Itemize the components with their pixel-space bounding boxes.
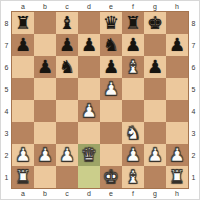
piece-black-rook[interactable]: ♜ [122, 12, 144, 34]
square-f7[interactable]: ♟ [122, 34, 144, 56]
square-h6[interactable] [166, 56, 188, 78]
piece-white-pawn[interactable]: ♟ [122, 144, 144, 166]
square-d6[interactable] [78, 56, 100, 78]
file-label-bottom-b: b [34, 188, 56, 199]
square-g8[interactable]: ♚ [144, 12, 166, 34]
square-f1[interactable]: ♝ [122, 166, 144, 188]
square-c7[interactable]: ♟ [56, 34, 78, 56]
piece-white-pawn[interactable]: ♟ [144, 144, 166, 166]
rank-label-right-8: 8 [188, 12, 199, 34]
square-a6[interactable] [12, 56, 34, 78]
rank-label-left-2: 2 [1, 144, 12, 166]
square-b4[interactable] [34, 100, 56, 122]
square-e4[interactable] [100, 100, 122, 122]
file-label-bottom-d: d [78, 188, 100, 199]
square-g2[interactable]: ♟ [144, 144, 166, 166]
square-a3[interactable] [12, 122, 34, 144]
piece-white-pawn[interactable]: ♟ [78, 100, 100, 122]
square-d1[interactable] [78, 166, 100, 188]
rank-label-left-6: 6 [1, 56, 12, 78]
file-label-top-b: b [34, 1, 56, 12]
chess-board-frame: abcdefgh 87654321 ♜♝♛♜♚♟♟♟♞♟♟♟♞♟♝♟♟♟♞♟♟♟… [0, 0, 200, 200]
square-e7[interactable]: ♞ [100, 34, 122, 56]
square-e8[interactable]: ♛ [100, 12, 122, 34]
file-label-top-c: c [56, 1, 78, 12]
rank-label-left-7: 7 [1, 34, 12, 56]
piece-black-pawn[interactable]: ♟ [144, 56, 166, 78]
piece-black-king[interactable]: ♚ [144, 12, 166, 34]
square-e2[interactable] [100, 144, 122, 166]
square-f3[interactable]: ♞ [122, 122, 144, 144]
square-c6[interactable]: ♞ [56, 56, 78, 78]
rank-label-right-3: 3 [188, 122, 199, 144]
square-d4[interactable]: ♟ [78, 100, 100, 122]
rank-label-right-6: 6 [188, 56, 199, 78]
square-c3[interactable] [56, 122, 78, 144]
piece-black-pawn[interactable]: ♟ [166, 34, 188, 56]
file-labels-bottom: abcdefgh [12, 188, 188, 199]
file-label-top-h: h [166, 1, 188, 12]
piece-white-pawn[interactable]: ♟ [166, 144, 188, 166]
square-g3[interactable] [144, 122, 166, 144]
square-g5[interactable] [144, 78, 166, 100]
rank-label-left-4: 4 [1, 100, 12, 122]
piece-black-pawn[interactable]: ♟ [100, 56, 122, 78]
file-labels-top: abcdefgh [12, 1, 188, 12]
file-label-bottom-h: h [166, 188, 188, 199]
square-d2[interactable]: ♛ [78, 144, 100, 166]
square-c5[interactable] [56, 78, 78, 100]
file-label-bottom-e: e [100, 188, 122, 199]
square-a5[interactable] [12, 78, 34, 100]
piece-white-queen[interactable]: ♛ [78, 144, 100, 166]
piece-white-king[interactable]: ♚ [100, 166, 122, 188]
square-d3[interactable] [78, 122, 100, 144]
square-h1[interactable]: ♜ [166, 166, 188, 188]
square-a1[interactable]: ♜ [12, 166, 34, 188]
square-c4[interactable] [56, 100, 78, 122]
piece-white-bishop[interactable]: ♝ [122, 56, 144, 78]
piece-black-knight[interactable]: ♞ [100, 34, 122, 56]
piece-black-rook[interactable]: ♜ [12, 12, 34, 34]
piece-black-pawn[interactable]: ♟ [12, 34, 34, 56]
square-a4[interactable] [12, 100, 34, 122]
square-c8[interactable]: ♝ [56, 12, 78, 34]
square-d5[interactable] [78, 78, 100, 100]
file-label-top-g: g [144, 1, 166, 12]
square-c2[interactable]: ♟ [56, 144, 78, 166]
square-b1[interactable] [34, 166, 56, 188]
square-h3[interactable] [166, 122, 188, 144]
rank-label-right-2: 2 [188, 144, 199, 166]
rank-label-right-1: 1 [188, 166, 199, 188]
file-label-bottom-c: c [56, 188, 78, 199]
square-h5[interactable] [166, 78, 188, 100]
rank-label-right-5: 5 [188, 78, 199, 100]
square-a2[interactable]: ♟ [12, 144, 34, 166]
square-c1[interactable] [56, 166, 78, 188]
piece-black-knight[interactable]: ♞ [56, 56, 78, 78]
square-b8[interactable] [34, 12, 56, 34]
square-d7[interactable]: ♟ [78, 34, 100, 56]
file-label-top-f: f [122, 1, 144, 12]
square-f2[interactable]: ♟ [122, 144, 144, 166]
piece-white-pawn[interactable]: ♟ [100, 78, 122, 100]
square-h2[interactable]: ♟ [166, 144, 188, 166]
rank-labels-right: 87654321 [188, 12, 199, 188]
square-g1[interactable] [144, 166, 166, 188]
piece-white-pawn[interactable]: ♟ [34, 144, 56, 166]
square-f8[interactable]: ♜ [122, 12, 144, 34]
piece-white-bishop[interactable]: ♝ [122, 166, 144, 188]
piece-white-knight[interactable]: ♞ [122, 122, 144, 144]
square-h4[interactable] [166, 100, 188, 122]
square-b7[interactable] [34, 34, 56, 56]
piece-white-pawn[interactable]: ♟ [12, 144, 34, 166]
piece-black-pawn[interactable]: ♟ [56, 34, 78, 56]
rank-label-left-3: 3 [1, 122, 12, 144]
rank-label-right-4: 4 [188, 100, 199, 122]
square-h7[interactable]: ♟ [166, 34, 188, 56]
square-g7[interactable] [144, 34, 166, 56]
piece-white-rook[interactable]: ♜ [12, 166, 34, 188]
square-e6[interactable]: ♟ [100, 56, 122, 78]
square-e1[interactable]: ♚ [100, 166, 122, 188]
file-label-top-a: a [12, 1, 34, 12]
piece-white-rook[interactable]: ♜ [166, 166, 188, 188]
square-b6[interactable]: ♟ [34, 56, 56, 78]
piece-black-pawn[interactable]: ♟ [78, 34, 100, 56]
square-f5[interactable] [122, 78, 144, 100]
square-a8[interactable]: ♜ [12, 12, 34, 34]
file-label-top-e: e [100, 1, 122, 12]
square-e3[interactable] [100, 122, 122, 144]
piece-black-bishop[interactable]: ♝ [56, 12, 78, 34]
piece-white-pawn[interactable]: ♟ [56, 144, 78, 166]
file-label-bottom-f: f [122, 188, 144, 199]
piece-black-pawn[interactable]: ♟ [34, 56, 56, 78]
file-label-top-d: d [78, 1, 100, 12]
piece-black-pawn[interactable]: ♟ [122, 34, 144, 56]
rank-labels-left: 87654321 [1, 12, 12, 188]
square-e5[interactable]: ♟ [100, 78, 122, 100]
rank-label-right-7: 7 [188, 34, 199, 56]
rank-label-left-1: 1 [1, 166, 12, 188]
square-b2[interactable]: ♟ [34, 144, 56, 166]
square-g6[interactable]: ♟ [144, 56, 166, 78]
square-b3[interactable] [34, 122, 56, 144]
chess-board: ♜♝♛♜♚♟♟♟♞♟♟♟♞♟♝♟♟♟♞♟♟♟♛♟♟♟♜♚♝♜ [12, 12, 188, 188]
file-label-bottom-g: g [144, 188, 166, 199]
rank-label-left-5: 5 [1, 78, 12, 100]
square-f4[interactable] [122, 100, 144, 122]
square-a7[interactable]: ♟ [12, 34, 34, 56]
piece-black-queen[interactable]: ♛ [100, 12, 122, 34]
square-d8[interactable] [78, 12, 100, 34]
square-f6[interactable]: ♝ [122, 56, 144, 78]
file-label-bottom-a: a [12, 188, 34, 199]
square-b5[interactable] [34, 78, 56, 100]
square-h8[interactable] [166, 12, 188, 34]
rank-label-left-8: 8 [1, 12, 12, 34]
square-g4[interactable] [144, 100, 166, 122]
